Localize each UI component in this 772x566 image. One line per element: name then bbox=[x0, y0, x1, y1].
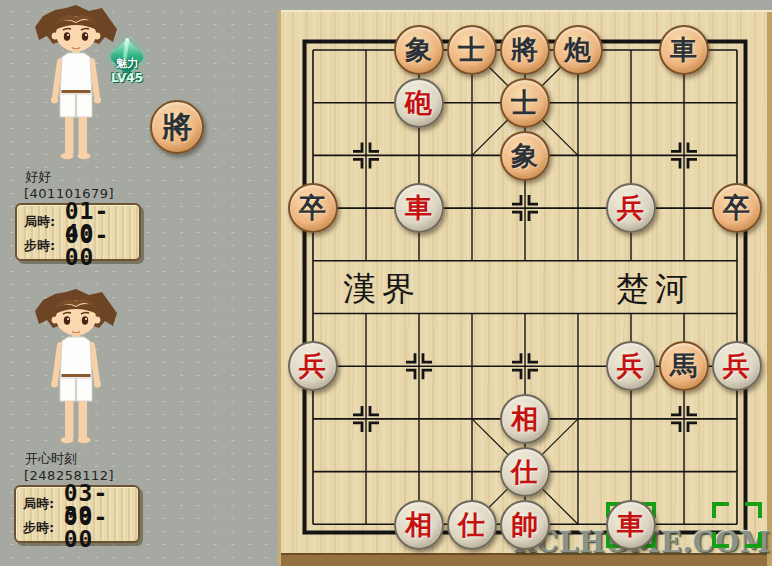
piece-black-士[interactable]: 士 bbox=[500, 78, 550, 128]
top-move-time: 00-00 bbox=[65, 224, 135, 268]
piece-black-車[interactable]: 車 bbox=[659, 25, 709, 75]
badge-title: 魅力 bbox=[100, 56, 154, 71]
piece-red-仕[interactable]: 仕 bbox=[500, 447, 550, 497]
piece-red-相[interactable]: 相 bbox=[394, 500, 444, 550]
bottom-player-clock: 局時: 03-39 步時: 00-00 bbox=[14, 485, 140, 543]
piece-red-兵[interactable]: 兵 bbox=[288, 341, 338, 391]
top-player-clock: 局時: 01-40 步時: 00-00 bbox=[15, 203, 141, 261]
piece-black-炮[interactable]: 炮 bbox=[553, 25, 603, 75]
xiangqi-game-screen: { "game": "xiangqi", "watermark": "RCLHO… bbox=[0, 0, 772, 566]
piece-red-兵[interactable]: 兵 bbox=[606, 341, 656, 391]
game-time-label: 局時: bbox=[23, 495, 64, 513]
piece-red-砲[interactable]: 砲 bbox=[394, 78, 444, 128]
piece-grid: 象士將炮車砲士象卒車兵卒兵兵馬兵相仕相仕帥車 bbox=[286, 24, 763, 551]
piece-black-卒[interactable]: 卒 bbox=[712, 183, 762, 233]
piece-red-相[interactable]: 相 bbox=[500, 394, 550, 444]
piece-black-馬[interactable]: 馬 bbox=[659, 341, 709, 391]
xiangqi-board[interactable]: 漢界 楚河 RCLHOME.COM 象士將炮車砲士象卒車兵卒兵兵馬兵相仕相仕帥車 bbox=[278, 10, 772, 566]
game-time-label: 局時: bbox=[24, 213, 65, 231]
piece-red-仕[interactable]: 仕 bbox=[447, 500, 497, 550]
bottom-player-name: 开心时刻 bbox=[25, 450, 77, 468]
piece-red-帥[interactable]: 帥 bbox=[500, 500, 550, 550]
last-move-from-marker bbox=[712, 502, 762, 548]
badge-level: LV45 bbox=[100, 71, 154, 85]
move-time-label: 步時: bbox=[24, 237, 65, 255]
charm-level-badge: 魅力 LV45 bbox=[100, 42, 154, 94]
bottom-player-avatar bbox=[28, 287, 124, 451]
top-player-name: 好好 bbox=[25, 168, 51, 186]
piece-red-車[interactable]: 車 bbox=[394, 183, 444, 233]
piece-black-卒[interactable]: 卒 bbox=[288, 183, 338, 233]
piece-red-車[interactable]: 車 bbox=[606, 500, 656, 550]
top-player-side-piece-general: 將 bbox=[150, 100, 204, 154]
move-time-label: 步時: bbox=[23, 519, 64, 537]
piece-red-兵[interactable]: 兵 bbox=[606, 183, 656, 233]
piece-red-兵[interactable]: 兵 bbox=[712, 341, 762, 391]
piece-black-象[interactable]: 象 bbox=[500, 131, 550, 181]
piece-black-象[interactable]: 象 bbox=[394, 25, 444, 75]
piece-black-將[interactable]: 將 bbox=[500, 25, 550, 75]
piece-black-士[interactable]: 士 bbox=[447, 25, 497, 75]
bottom-move-time: 00-00 bbox=[64, 506, 134, 550]
